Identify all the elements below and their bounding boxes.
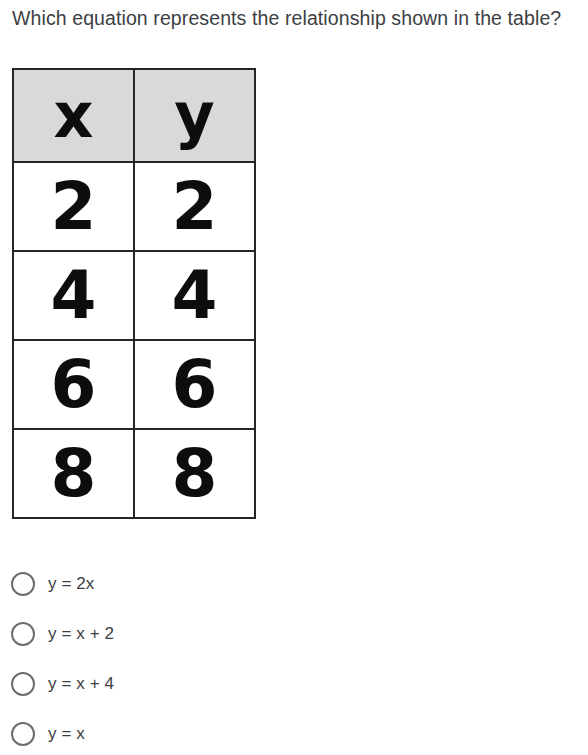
option-label[interactable]: y = x + 4 [48, 674, 114, 694]
table-row: 6 6 [13, 340, 255, 429]
table-cell: 8 [134, 429, 255, 518]
radio-button-icon[interactable] [11, 722, 35, 746]
option-label[interactable]: y = x + 2 [48, 624, 114, 644]
xy-table: x y 2 2 4 4 6 6 8 8 [12, 68, 256, 519]
option-label[interactable]: y = x [48, 724, 85, 744]
table-cell: 4 [13, 251, 134, 340]
option-row-2[interactable]: y = x + 2 [11, 609, 114, 659]
table-cell: 8 [13, 429, 134, 518]
answer-options: y = 2x y = x + 2 y = x + 4 y = x [11, 559, 114, 755]
option-row-1[interactable]: y = 2x [11, 559, 114, 609]
table-header-row: x y [13, 69, 255, 162]
table-row: 4 4 [13, 251, 255, 340]
table-row: 8 8 [13, 429, 255, 518]
radio-button-icon[interactable] [11, 622, 35, 646]
radio-button-icon[interactable] [11, 572, 35, 596]
option-label[interactable]: y = 2x [48, 574, 94, 594]
table-cell: 6 [13, 340, 134, 429]
option-row-3[interactable]: y = x + 4 [11, 659, 114, 709]
question-text: Which equation represents the relationsh… [12, 5, 586, 31]
radio-button-icon[interactable] [11, 672, 35, 696]
table-row: 2 2 [13, 162, 255, 251]
table-header-x: x [13, 69, 134, 162]
table-header-y: y [134, 69, 255, 162]
table-cell: 2 [134, 162, 255, 251]
option-row-4[interactable]: y = x [11, 709, 114, 755]
table-cell: 4 [134, 251, 255, 340]
table-cell: 6 [134, 340, 255, 429]
table-cell: 2 [13, 162, 134, 251]
